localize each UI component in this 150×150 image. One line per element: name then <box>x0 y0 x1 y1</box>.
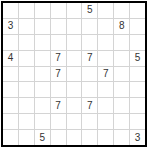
clue-cell-r4c1: 4 <box>3 51 18 66</box>
empty-cell-r5c1[interactable] <box>3 67 18 82</box>
empty-cell-r1c5[interactable] <box>67 3 82 18</box>
empty-cell-r3c7[interactable] <box>98 35 113 50</box>
empty-cell-r1c8[interactable] <box>114 3 129 18</box>
clue-cell-r5c7: 7 <box>98 67 113 82</box>
empty-cell-r8c6[interactable] <box>82 114 97 129</box>
empty-cell-r3c8[interactable] <box>114 35 129 50</box>
clue-cell-r9c9: 3 <box>130 130 145 145</box>
empty-cell-r5c6[interactable] <box>82 67 97 82</box>
empty-cell-r3c1[interactable] <box>3 35 18 50</box>
empty-cell-r8c1[interactable] <box>3 114 18 129</box>
empty-cell-r8c5[interactable] <box>67 114 82 129</box>
empty-cell-r6c6[interactable] <box>82 82 97 97</box>
empty-cell-r1c9[interactable] <box>130 3 145 18</box>
empty-cell-r3c6[interactable] <box>82 35 97 50</box>
empty-cell-r7c5[interactable] <box>67 98 82 113</box>
clue-cell-r7c4: 7 <box>51 98 66 113</box>
empty-cell-r5c8[interactable] <box>114 67 129 82</box>
clue-cell-r4c4: 7 <box>51 51 66 66</box>
clue-cell-r2c8: 8 <box>114 19 129 34</box>
empty-cell-r6c9[interactable] <box>130 82 145 97</box>
clue-cell-r9c3: 5 <box>35 130 50 145</box>
empty-cell-r4c8[interactable] <box>114 51 129 66</box>
empty-cell-r2c7[interactable] <box>98 19 113 34</box>
empty-cell-r1c2[interactable] <box>19 3 34 18</box>
empty-cell-r5c2[interactable] <box>19 67 34 82</box>
empty-cell-r7c2[interactable] <box>19 98 34 113</box>
empty-cell-r9c4[interactable] <box>51 130 66 145</box>
empty-cell-r9c2[interactable] <box>19 130 34 145</box>
empty-cell-r7c8[interactable] <box>114 98 129 113</box>
empty-cell-r8c2[interactable] <box>19 114 34 129</box>
empty-cell-r4c2[interactable] <box>19 51 34 66</box>
empty-cell-r5c9[interactable] <box>130 67 145 82</box>
empty-cell-r8c9[interactable] <box>130 114 145 129</box>
empty-cell-r4c5[interactable] <box>67 51 82 66</box>
empty-cell-r7c9[interactable] <box>130 98 145 113</box>
empty-cell-r7c3[interactable] <box>35 98 50 113</box>
empty-cell-r5c3[interactable] <box>35 67 50 82</box>
empty-cell-r2c5[interactable] <box>67 19 82 34</box>
empty-cell-r2c3[interactable] <box>35 19 50 34</box>
empty-cell-r1c1[interactable] <box>3 3 18 18</box>
empty-cell-r1c7[interactable] <box>98 3 113 18</box>
empty-cell-r2c6[interactable] <box>82 19 97 34</box>
clue-cell-r7c6: 7 <box>82 98 97 113</box>
empty-cell-r7c1[interactable] <box>3 98 18 113</box>
empty-cell-r6c2[interactable] <box>19 82 34 97</box>
empty-cell-r3c9[interactable] <box>130 35 145 50</box>
empty-cell-r9c1[interactable] <box>3 130 18 145</box>
clue-cell-r1c6: 5 <box>82 3 97 18</box>
empty-cell-r9c7[interactable] <box>98 130 113 145</box>
clue-cell-r2c1: 3 <box>3 19 18 34</box>
empty-cell-r8c4[interactable] <box>51 114 66 129</box>
empty-cell-r9c5[interactable] <box>67 130 82 145</box>
empty-cell-r3c4[interactable] <box>51 35 66 50</box>
empty-cell-r1c3[interactable] <box>35 3 50 18</box>
empty-cell-r9c6[interactable] <box>82 130 97 145</box>
empty-cell-r9c8[interactable] <box>114 130 129 145</box>
empty-cell-r6c5[interactable] <box>67 82 82 97</box>
empty-cell-r2c9[interactable] <box>130 19 145 34</box>
empty-cell-r4c7[interactable] <box>98 51 113 66</box>
empty-cell-r6c7[interactable] <box>98 82 113 97</box>
empty-cell-r5c5[interactable] <box>67 67 82 82</box>
clue-cell-r4c6: 7 <box>82 51 97 66</box>
empty-cell-r6c1[interactable] <box>3 82 18 97</box>
empty-cell-r3c5[interactable] <box>67 35 82 50</box>
empty-cell-r2c4[interactable] <box>51 19 66 34</box>
empty-cell-r2c2[interactable] <box>19 19 34 34</box>
empty-cell-r8c7[interactable] <box>98 114 113 129</box>
empty-cell-r3c3[interactable] <box>35 35 50 50</box>
empty-cell-r8c3[interactable] <box>35 114 50 129</box>
empty-cell-r1c4[interactable] <box>51 3 66 18</box>
empty-cell-r3c2[interactable] <box>19 35 34 50</box>
empty-cell-r6c3[interactable] <box>35 82 50 97</box>
empty-cell-r8c8[interactable] <box>114 114 129 129</box>
clue-cell-r5c4: 7 <box>51 67 66 82</box>
empty-cell-r4c3[interactable] <box>35 51 50 66</box>
empty-cell-r6c4[interactable] <box>51 82 66 97</box>
empty-cell-r7c7[interactable] <box>98 98 113 113</box>
empty-cell-r6c8[interactable] <box>114 82 129 97</box>
puzzle-board: 5384775777753 <box>1 1 147 147</box>
clue-cell-r4c9: 5 <box>130 51 145 66</box>
puzzle-page: 5384775777753 <box>0 0 150 150</box>
